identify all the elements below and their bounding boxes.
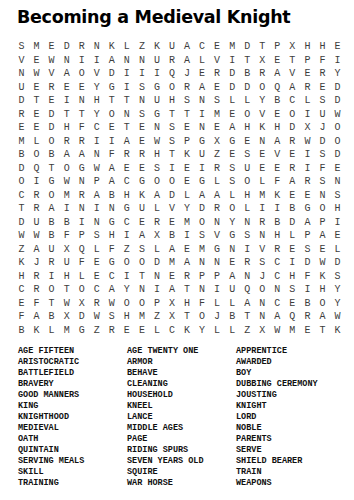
grid-cell[interactable]: N [104,202,119,216]
grid-cell[interactable]: P [315,216,330,230]
grid-cell[interactable]: Z [134,40,149,54]
grid-cell[interactable]: E [270,54,285,68]
grid-cell[interactable]: A [195,189,210,203]
grid-cell[interactable]: S [225,175,240,189]
grid-cell[interactable]: E [255,148,270,162]
grid-cell[interactable]: Q [74,243,89,257]
grid-cell[interactable]: B [44,216,59,230]
grid-cell[interactable]: H [14,270,29,284]
grid-cell[interactable]: G [119,202,134,216]
grid-cell[interactable]: N [134,54,149,68]
word-search-grid[interactable]: SMEDRNKLZKUACEMDTPXHHEVEWNIIANNURALVITXE… [14,40,345,337]
grid-cell[interactable]: M [210,108,225,122]
grid-cell[interactable]: E [14,297,29,311]
grid-cell[interactable]: S [255,256,270,270]
grid-cell[interactable]: G [149,81,164,95]
grid-cell[interactable]: C [14,283,29,297]
grid-cell[interactable]: E [315,81,330,95]
grid-cell[interactable]: T [119,121,134,135]
grid-cell[interactable]: E [180,175,195,189]
grid-cell[interactable]: R [104,324,119,338]
grid-cell[interactable]: E [285,189,300,203]
grid-cell[interactable]: H [104,229,119,243]
grid-cell[interactable]: X [255,54,270,68]
grid-cell[interactable]: A [285,81,300,95]
grid-cell[interactable]: O [240,108,255,122]
grid-cell[interactable]: W [29,229,44,243]
grid-cell[interactable]: D [330,148,345,162]
grid-cell[interactable]: Z [119,243,134,257]
grid-cell[interactable]: B [300,297,315,311]
grid-cell[interactable]: E [330,162,345,176]
grid-cell[interactable]: H [240,121,255,135]
grid-cell[interactable]: T [164,148,179,162]
grid-cell[interactable]: H [315,40,330,54]
grid-cell[interactable]: H [285,270,300,284]
grid-cell[interactable]: K [180,324,195,338]
grid-cell[interactable]: Y [330,297,345,311]
grid-cell[interactable]: F [59,229,74,243]
grid-cell[interactable]: O [119,256,134,270]
grid-cell[interactable]: O [119,297,134,311]
grid-cell[interactable]: L [74,270,89,284]
grid-cell[interactable]: E [315,243,330,257]
grid-cell[interactable]: B [44,148,59,162]
grid-cell[interactable]: L [330,243,345,257]
grid-cell[interactable]: D [225,81,240,95]
grid-cell[interactable]: X [149,229,164,243]
grid-cell[interactable]: C [285,94,300,108]
grid-cell[interactable]: L [225,94,240,108]
grid-cell[interactable]: E [255,162,270,176]
grid-cell[interactable]: B [104,189,119,203]
grid-cell[interactable]: J [210,310,225,324]
grid-cell[interactable]: E [225,256,240,270]
grid-cell[interactable]: N [255,135,270,149]
grid-cell[interactable]: T [104,94,119,108]
grid-cell[interactable]: A [315,229,330,243]
grid-cell[interactable]: E [119,324,134,338]
grid-cell[interactable]: U [240,162,255,176]
grid-cell[interactable]: P [210,270,225,284]
grid-cell[interactable]: D [164,189,179,203]
grid-cell[interactable]: I [164,162,179,176]
grid-cell[interactable]: I [74,216,89,230]
grid-cell[interactable]: E [134,135,149,149]
grid-cell[interactable]: P [300,229,315,243]
grid-cell[interactable]: A [134,229,149,243]
grid-cell[interactable]: S [330,189,345,203]
grid-cell[interactable]: I [225,54,240,68]
grid-cell[interactable]: F [104,148,119,162]
grid-cell[interactable]: M [29,40,44,54]
grid-cell[interactable]: O [74,283,89,297]
grid-cell[interactable]: E [180,243,195,257]
grid-cell[interactable]: K [149,40,164,54]
grid-cell[interactable]: I [119,67,134,81]
grid-cell[interactable]: G [225,229,240,243]
grid-cell[interactable]: I [180,229,195,243]
grid-cell[interactable]: W [330,310,345,324]
grid-cell[interactable]: V [89,67,104,81]
grid-cell[interactable]: F [14,310,29,324]
grid-cell[interactable]: R [14,108,29,122]
grid-cell[interactable]: I [134,67,149,81]
grid-cell[interactable]: R [44,256,59,270]
grid-cell[interactable]: N [149,270,164,284]
grid-cell[interactable]: T [14,202,29,216]
grid-cell[interactable]: U [134,202,149,216]
grid-cell[interactable]: E [44,94,59,108]
grid-cell[interactable]: S [225,162,240,176]
grid-cell[interactable]: L [240,202,255,216]
grid-cell[interactable]: L [255,175,270,189]
grid-cell[interactable]: R [59,135,74,149]
grid-cell[interactable]: G [149,108,164,122]
grid-cell[interactable]: E [210,40,225,54]
grid-cell[interactable]: L [180,189,195,203]
grid-cell[interactable]: L [210,324,225,338]
grid-cell[interactable]: Y [89,81,104,95]
grid-cell[interactable]: S [164,135,179,149]
grid-cell[interactable]: D [240,81,255,95]
grid-cell[interactable]: A [104,54,119,68]
grid-cell[interactable]: E [210,81,225,95]
grid-cell[interactable]: A [74,148,89,162]
grid-cell[interactable]: T [44,162,59,176]
grid-cell[interactable]: C [119,175,134,189]
grid-cell[interactable]: H [59,270,74,284]
grid-cell[interactable]: P [89,175,104,189]
grid-cell[interactable]: E [180,162,195,176]
grid-cell[interactable]: A [29,243,44,257]
grid-cell[interactable]: A [44,202,59,216]
grid-cell[interactable]: I [119,229,134,243]
grid-cell[interactable]: X [164,310,179,324]
grid-cell[interactable]: E [89,270,104,284]
grid-cell[interactable]: U [164,40,179,54]
grid-cell[interactable]: M [164,256,179,270]
grid-cell[interactable]: E [270,108,285,122]
grid-cell[interactable]: A [300,216,315,230]
grid-cell[interactable]: R [74,189,89,203]
grid-cell[interactable]: H [89,94,104,108]
grid-cell[interactable]: S [315,148,330,162]
grid-cell[interactable]: B [270,94,285,108]
grid-cell[interactable]: K [315,270,330,284]
grid-cell[interactable]: B [225,310,240,324]
grid-cell[interactable]: N [240,270,255,284]
grid-cell[interactable]: O [44,135,59,149]
grid-cell[interactable]: O [134,256,149,270]
grid-cell[interactable]: V [285,67,300,81]
grid-cell[interactable]: Z [14,243,29,257]
grid-cell[interactable]: H [119,310,134,324]
grid-cell[interactable]: I [29,175,44,189]
grid-cell[interactable]: E [29,81,44,95]
grid-cell[interactable]: X [255,324,270,338]
grid-cell[interactable]: K [255,121,270,135]
grid-cell[interactable]: C [164,324,179,338]
grid-cell[interactable]: E [134,216,149,230]
grid-cell[interactable]: R [300,310,315,324]
grid-cell[interactable]: W [44,54,59,68]
grid-cell[interactable]: E [225,108,240,122]
grid-cell[interactable]: S [210,94,225,108]
grid-cell[interactable]: G [74,324,89,338]
grid-cell[interactable]: A [164,283,179,297]
grid-cell[interactable]: T [134,270,149,284]
grid-cell[interactable]: W [89,310,104,324]
grid-cell[interactable]: I [210,283,225,297]
grid-cell[interactable]: D [14,216,29,230]
grid-cell[interactable]: E [285,297,300,311]
grid-cell[interactable]: I [255,202,270,216]
grid-cell[interactable]: X [164,297,179,311]
grid-cell[interactable]: R [315,67,330,81]
grid-cell[interactable]: N [59,54,74,68]
grid-cell[interactable]: V [210,229,225,243]
grid-cell[interactable]: V [255,108,270,122]
grid-cell[interactable]: K [180,148,195,162]
grid-cell[interactable]: E [164,216,179,230]
grid-cell[interactable]: J [29,256,44,270]
grid-cell[interactable]: H [164,94,179,108]
grid-cell[interactable]: Z [89,324,104,338]
grid-cell[interactable]: F [74,256,89,270]
grid-cell[interactable]: N [89,40,104,54]
grid-cell[interactable]: R [29,283,44,297]
grid-cell[interactable]: V [210,54,225,68]
grid-cell[interactable]: T [44,297,59,311]
grid-cell[interactable]: O [29,148,44,162]
grid-cell[interactable]: I [149,67,164,81]
grid-cell[interactable]: L [300,94,315,108]
grid-cell[interactable]: I [89,202,104,216]
grid-cell[interactable]: D [330,94,345,108]
grid-cell[interactable]: O [44,189,59,203]
grid-cell[interactable]: I [300,162,315,176]
grid-cell[interactable]: O [134,297,149,311]
grid-cell[interactable]: R [180,270,195,284]
grid-cell[interactable]: N [134,283,149,297]
grid-cell[interactable]: O [255,81,270,95]
grid-cell[interactable]: E [89,256,104,270]
grid-cell[interactable]: R [255,67,270,81]
grid-cell[interactable]: M [255,189,270,203]
grid-cell[interactable]: E [29,54,44,68]
grid-cell[interactable]: A [149,189,164,203]
grid-cell[interactable]: R [44,81,59,95]
grid-cell[interactable]: A [104,175,119,189]
grid-cell[interactable]: N [119,54,134,68]
grid-cell[interactable]: W [330,108,345,122]
grid-cell[interactable]: C [89,121,104,135]
grid-cell[interactable]: T [59,108,74,122]
grid-cell[interactable]: A [89,189,104,203]
grid-cell[interactable]: A [225,121,240,135]
grid-cell[interactable]: K [104,40,119,54]
grid-cell[interactable]: S [149,162,164,176]
grid-cell[interactable]: U [225,283,240,297]
grid-cell[interactable]: L [240,94,255,108]
grid-cell[interactable]: H [330,202,345,216]
grid-cell[interactable]: D [315,135,330,149]
grid-cell[interactable]: O [315,202,330,216]
grid-cell[interactable]: S [330,270,345,284]
grid-cell[interactable]: E [134,162,149,176]
grid-cell[interactable]: D [195,202,210,216]
grid-cell[interactable]: R [149,216,164,230]
grid-cell[interactable]: N [74,94,89,108]
grid-cell[interactable]: L [29,135,44,149]
grid-cell[interactable]: N [240,216,255,230]
grid-cell[interactable]: N [315,189,330,203]
grid-cell[interactable]: I [270,202,285,216]
grid-cell[interactable]: Y [330,67,345,81]
grid-cell[interactable]: N [270,283,285,297]
grid-cell[interactable]: O [330,135,345,149]
grid-cell[interactable]: L [149,202,164,216]
grid-cell[interactable]: T [315,324,330,338]
grid-cell[interactable]: D [74,310,89,324]
grid-cell[interactable]: A [59,67,74,81]
grid-cell[interactable]: E [300,67,315,81]
grid-cell[interactable]: D [285,121,300,135]
grid-cell[interactable]: T [119,94,134,108]
grid-cell[interactable]: L [225,189,240,203]
grid-cell[interactable]: A [59,148,74,162]
grid-cell[interactable]: X [285,40,300,54]
grid-cell[interactable]: N [119,108,134,122]
grid-cell[interactable]: C [270,256,285,270]
grid-cell[interactable]: E [119,162,134,176]
grid-cell[interactable]: P [195,270,210,284]
grid-cell[interactable]: A [270,310,285,324]
grid-cell[interactable]: I [119,270,134,284]
grid-cell[interactable]: C [195,40,210,54]
grid-cell[interactable]: U [149,54,164,68]
grid-cell[interactable]: R [240,256,255,270]
grid-cell[interactable]: E [134,121,149,135]
grid-cell[interactable]: K [29,324,44,338]
grid-cell[interactable]: E [195,67,210,81]
grid-cell[interactable]: N [195,256,210,270]
grid-cell[interactable]: T [240,310,255,324]
grid-cell[interactable]: K [270,189,285,203]
grid-cell[interactable]: F [315,162,330,176]
grid-cell[interactable]: V [14,54,29,68]
grid-cell[interactable]: R [210,202,225,216]
grid-cell[interactable]: W [300,135,315,149]
grid-cell[interactable]: C [270,270,285,284]
grid-cell[interactable]: O [255,283,270,297]
grid-cell[interactable]: S [89,229,104,243]
grid-cell[interactable]: R [270,243,285,257]
grid-cell[interactable]: I [300,108,315,122]
grid-cell[interactable]: N [74,175,89,189]
grid-cell[interactable]: N [195,94,210,108]
grid-cell[interactable]: N [255,297,270,311]
grid-cell[interactable]: H [119,189,134,203]
grid-cell[interactable]: D [240,40,255,54]
grid-cell[interactable]: G [104,81,119,95]
grid-cell[interactable]: A [240,297,255,311]
grid-cell[interactable]: S [134,243,149,257]
grid-cell[interactable]: W [29,67,44,81]
grid-cell[interactable]: O [240,175,255,189]
grid-cell[interactable]: O [315,297,330,311]
grid-cell[interactable]: E [180,121,195,135]
grid-cell[interactable]: P [300,54,315,68]
grid-cell[interactable]: O [149,175,164,189]
grid-cell[interactable]: Z [210,148,225,162]
grid-cell[interactable]: Y [180,202,195,216]
grid-cell[interactable]: G [134,175,149,189]
grid-cell[interactable]: E [300,189,315,203]
grid-cell[interactable]: R [74,40,89,54]
grid-cell[interactable]: N [74,202,89,216]
grid-cell[interactable]: A [210,189,225,203]
grid-cell[interactable]: A [180,256,195,270]
grid-cell[interactable]: O [195,310,210,324]
grid-cell[interactable]: D [59,40,74,54]
grid-cell[interactable]: H [149,148,164,162]
grid-cell[interactable]: U [315,108,330,122]
grid-cell[interactable]: P [270,40,285,54]
grid-cell[interactable]: U [149,94,164,108]
grid-cell[interactable]: D [44,121,59,135]
grid-cell[interactable]: I [149,283,164,297]
grid-cell[interactable]: B [285,202,300,216]
grid-cell[interactable]: V [164,202,179,216]
grid-cell[interactable]: V [255,243,270,257]
grid-cell[interactable]: D [330,81,345,95]
grid-cell[interactable]: T [255,40,270,54]
grid-cell[interactable]: Y [89,108,104,122]
grid-cell[interactable]: T [164,108,179,122]
grid-cell[interactable]: R [29,202,44,216]
grid-cell[interactable]: X [59,243,74,257]
grid-cell[interactable]: F [104,243,119,257]
grid-cell[interactable]: I [195,162,210,176]
grid-cell[interactable]: P [180,135,195,149]
grid-cell[interactable]: M [59,189,74,203]
grid-cell[interactable]: O [285,108,300,122]
grid-cell[interactable]: L [225,297,240,311]
grid-cell[interactable]: O [104,108,119,122]
grid-cell[interactable]: W [315,256,330,270]
grid-cell[interactable]: E [104,121,119,135]
grid-cell[interactable]: L [195,54,210,68]
grid-cell[interactable]: D [285,216,300,230]
grid-cell[interactable]: S [180,94,195,108]
grid-cell[interactable]: C [104,270,119,284]
grid-cell[interactable]: A [119,135,134,149]
grid-cell[interactable]: A [270,67,285,81]
grid-cell[interactable]: F [29,297,44,311]
grid-cell[interactable]: R [285,135,300,149]
grid-cell[interactable]: X [300,121,315,135]
grid-cell[interactable]: W [59,297,74,311]
grid-cell[interactable]: F [300,270,315,284]
grid-cell[interactable]: B [240,67,255,81]
grid-cell[interactable]: E [285,243,300,257]
grid-cell[interactable]: R [210,67,225,81]
grid-cell[interactable]: E [330,40,345,54]
grid-cell[interactable]: I [89,54,104,68]
grid-cell[interactable]: Y [255,94,270,108]
